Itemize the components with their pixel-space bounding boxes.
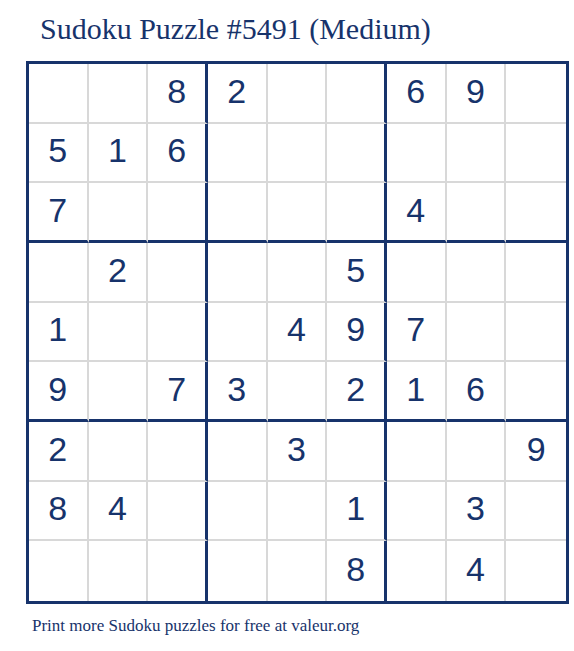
cell-r8c7	[387, 482, 447, 542]
sudoku-grid: 826951674251497973216239841384	[26, 61, 569, 604]
cell-r3c9	[506, 183, 566, 243]
cell-r6c6: 2	[327, 362, 387, 422]
cell-r7c1: 2	[29, 422, 89, 482]
cell-r7c4	[208, 422, 268, 482]
cell-r2c1: 5	[29, 124, 89, 184]
cell-r2c2: 1	[89, 124, 149, 184]
cell-r6c1: 9	[29, 362, 89, 422]
cell-r8c3	[148, 482, 208, 542]
cell-r3c7: 4	[387, 183, 447, 243]
cell-r1c2	[89, 64, 149, 124]
cell-r7c7	[387, 422, 447, 482]
cell-r5c9	[506, 303, 566, 363]
cell-r8c5	[268, 482, 328, 542]
cell-r5c8	[447, 303, 507, 363]
cell-r6c9	[506, 362, 566, 422]
cell-r1c8: 9	[447, 64, 507, 124]
cell-r9c1	[29, 541, 89, 601]
cell-r8c8: 3	[447, 482, 507, 542]
cell-r7c5: 3	[268, 422, 328, 482]
cell-r4c7	[387, 243, 447, 303]
cell-r5c1: 1	[29, 303, 89, 363]
cell-r9c4	[208, 541, 268, 601]
cell-r1c4: 2	[208, 64, 268, 124]
cell-r9c3	[148, 541, 208, 601]
cell-r7c2	[89, 422, 149, 482]
cell-r4c2: 2	[89, 243, 149, 303]
cell-r4c1	[29, 243, 89, 303]
cell-r9c5	[268, 541, 328, 601]
cell-r5c4	[208, 303, 268, 363]
cell-r1c1	[29, 64, 89, 124]
cell-r8c4	[208, 482, 268, 542]
cell-r4c3	[148, 243, 208, 303]
cell-r3c2	[89, 183, 149, 243]
cell-r6c7: 1	[387, 362, 447, 422]
cell-r8c2: 4	[89, 482, 149, 542]
cell-r2c6	[327, 124, 387, 184]
cell-r5c7: 7	[387, 303, 447, 363]
cell-r8c6: 1	[327, 482, 387, 542]
cell-r7c3	[148, 422, 208, 482]
cell-r8c1: 8	[29, 482, 89, 542]
cell-r6c2	[89, 362, 149, 422]
cell-r1c6	[327, 64, 387, 124]
cell-r3c1: 7	[29, 183, 89, 243]
cell-r3c5	[268, 183, 328, 243]
cell-r1c7: 6	[387, 64, 447, 124]
cell-r5c5: 4	[268, 303, 328, 363]
cell-r1c5	[268, 64, 328, 124]
cell-r1c3: 8	[148, 64, 208, 124]
cell-r3c8	[447, 183, 507, 243]
cell-r3c6	[327, 183, 387, 243]
cell-r5c6: 9	[327, 303, 387, 363]
cell-r6c8: 6	[447, 362, 507, 422]
cell-r4c5	[268, 243, 328, 303]
cell-r9c9	[506, 541, 566, 601]
cell-r1c9	[506, 64, 566, 124]
cell-r7c6	[327, 422, 387, 482]
cell-r4c8	[447, 243, 507, 303]
cell-r3c4	[208, 183, 268, 243]
cell-r4c4	[208, 243, 268, 303]
cell-r8c9	[506, 482, 566, 542]
cell-r2c8	[447, 124, 507, 184]
cell-r5c2	[89, 303, 149, 363]
cell-r5c3	[148, 303, 208, 363]
puzzle-title: Sudoku Puzzle #5491 (Medium)	[40, 12, 431, 46]
cell-r2c7	[387, 124, 447, 184]
cell-r4c9	[506, 243, 566, 303]
cell-r9c7	[387, 541, 447, 601]
cell-r9c8: 4	[447, 541, 507, 601]
cell-r4c6: 5	[327, 243, 387, 303]
cell-r9c6: 8	[327, 541, 387, 601]
cell-r2c4	[208, 124, 268, 184]
cell-r6c5	[268, 362, 328, 422]
cell-r2c9	[506, 124, 566, 184]
cell-r7c9: 9	[506, 422, 566, 482]
footer-text: Print more Sudoku puzzles for free at va…	[32, 616, 359, 636]
cell-r3c3	[148, 183, 208, 243]
cell-r2c5	[268, 124, 328, 184]
cell-r9c2	[89, 541, 149, 601]
cell-r6c4: 3	[208, 362, 268, 422]
cell-r2c3: 6	[148, 124, 208, 184]
cell-r7c8	[447, 422, 507, 482]
cell-r6c3: 7	[148, 362, 208, 422]
